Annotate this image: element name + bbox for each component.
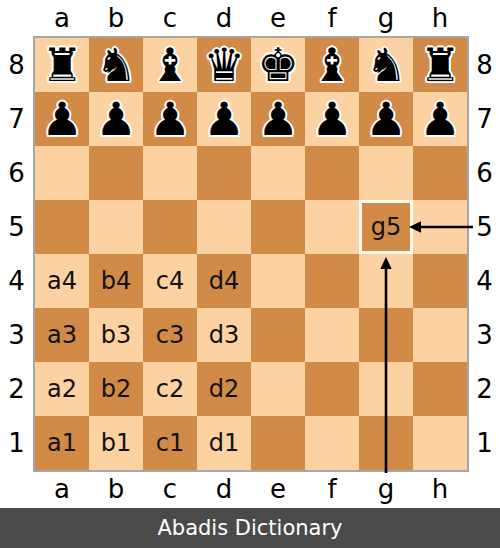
rank-label-left-3: 3 bbox=[0, 308, 33, 362]
square-d1: d1 bbox=[197, 416, 251, 470]
square-h4 bbox=[413, 254, 467, 308]
square-label-d2: d2 bbox=[209, 375, 240, 403]
square-f3 bbox=[305, 308, 359, 362]
square-h1 bbox=[413, 416, 467, 470]
file-label-bottom-a: a bbox=[35, 470, 89, 508]
rank-label-right-7: 7 bbox=[469, 92, 500, 146]
square-label-d1: d1 bbox=[209, 429, 240, 457]
square-g3 bbox=[359, 308, 413, 362]
black-king-icon: ♚ bbox=[257, 38, 298, 92]
square-h3 bbox=[413, 308, 467, 362]
chess-board: ♜♞♝♛♚♝♞♜♟♟♟♟♟♟♟♟g5a4b4c4d4a3b3c3d3a2b2c2… bbox=[33, 36, 469, 472]
square-label-c4: c4 bbox=[156, 267, 184, 295]
square-b1: b1 bbox=[89, 416, 143, 470]
square-f2 bbox=[305, 362, 359, 416]
square-d3: d3 bbox=[197, 308, 251, 362]
rank-label-right-2: 2 bbox=[469, 362, 500, 416]
square-c2: c2 bbox=[143, 362, 197, 416]
square-label-a2: a2 bbox=[47, 375, 77, 403]
square-e5 bbox=[251, 200, 305, 254]
square-label-d3: d3 bbox=[209, 321, 240, 349]
square-label-c2: c2 bbox=[156, 375, 184, 403]
square-e8: ♚ bbox=[251, 38, 305, 92]
rank-labels-left: 87654321 bbox=[0, 38, 33, 470]
square-b6 bbox=[89, 146, 143, 200]
square-label-c1: c1 bbox=[156, 429, 184, 457]
square-e2 bbox=[251, 362, 305, 416]
file-labels-bottom: abcdefgh bbox=[35, 470, 467, 508]
black-pawn-icon: ♟ bbox=[419, 92, 460, 146]
square-c3: c3 bbox=[143, 308, 197, 362]
black-pawn-icon: ♟ bbox=[203, 92, 244, 146]
square-d7: ♟ bbox=[197, 92, 251, 146]
square-g4 bbox=[359, 254, 413, 308]
square-g6 bbox=[359, 146, 413, 200]
square-h6 bbox=[413, 146, 467, 200]
file-label-top-h: h bbox=[413, 0, 467, 36]
square-b2: b2 bbox=[89, 362, 143, 416]
square-b3: b3 bbox=[89, 308, 143, 362]
rank-label-right-1: 1 bbox=[469, 416, 500, 470]
square-e1 bbox=[251, 416, 305, 470]
file-label-top-a: a bbox=[35, 0, 89, 36]
black-knight-icon: ♞ bbox=[95, 38, 136, 92]
rank-label-left-7: 7 bbox=[0, 92, 33, 146]
square-g1 bbox=[359, 416, 413, 470]
square-e4 bbox=[251, 254, 305, 308]
square-label-b3: b3 bbox=[101, 321, 132, 349]
square-g5: g5 bbox=[359, 200, 413, 254]
square-e3 bbox=[251, 308, 305, 362]
file-label-top-f: f bbox=[305, 0, 359, 36]
square-e6 bbox=[251, 146, 305, 200]
file-label-bottom-f: f bbox=[305, 470, 359, 508]
square-a1: a1 bbox=[35, 416, 89, 470]
rank-label-right-8: 8 bbox=[469, 38, 500, 92]
file-label-bottom-e: e bbox=[251, 470, 305, 508]
file-label-bottom-g: g bbox=[359, 470, 413, 508]
square-a6 bbox=[35, 146, 89, 200]
square-g7: ♟ bbox=[359, 92, 413, 146]
rank-label-left-4: 4 bbox=[0, 254, 33, 308]
square-d5 bbox=[197, 200, 251, 254]
square-label-d4: d4 bbox=[209, 267, 240, 295]
file-label-bottom-b: b bbox=[89, 470, 143, 508]
square-label-b1: b1 bbox=[101, 429, 132, 457]
black-pawn-icon: ♟ bbox=[149, 92, 190, 146]
square-d4: d4 bbox=[197, 254, 251, 308]
rank-labels-right: 87654321 bbox=[469, 38, 500, 470]
square-c6 bbox=[143, 146, 197, 200]
file-label-bottom-h: h bbox=[413, 470, 467, 508]
square-a8: ♜ bbox=[35, 38, 89, 92]
file-label-top-d: d bbox=[197, 0, 251, 36]
square-d8: ♛ bbox=[197, 38, 251, 92]
square-f5 bbox=[305, 200, 359, 254]
square-c4: c4 bbox=[143, 254, 197, 308]
rank-label-left-2: 2 bbox=[0, 362, 33, 416]
file-label-top-c: c bbox=[143, 0, 197, 36]
rank-label-left-8: 8 bbox=[0, 38, 33, 92]
square-f8: ♝ bbox=[305, 38, 359, 92]
file-labels-top: abcdefgh bbox=[35, 0, 467, 36]
square-label-a4: a4 bbox=[47, 267, 77, 295]
square-h8: ♜ bbox=[413, 38, 467, 92]
file-label-bottom-c: c bbox=[143, 470, 197, 508]
square-d6 bbox=[197, 146, 251, 200]
rank-label-right-3: 3 bbox=[469, 308, 500, 362]
square-c7: ♟ bbox=[143, 92, 197, 146]
highlighted-square-label: g5 bbox=[371, 213, 402, 241]
square-c5 bbox=[143, 200, 197, 254]
rank-label-left-5: 5 bbox=[0, 200, 33, 254]
square-a4: a4 bbox=[35, 254, 89, 308]
square-a5 bbox=[35, 200, 89, 254]
black-pawn-icon: ♟ bbox=[365, 92, 406, 146]
file-label-bottom-d: d bbox=[197, 470, 251, 508]
black-queen-icon: ♛ bbox=[203, 38, 244, 92]
square-e7: ♟ bbox=[251, 92, 305, 146]
file-label-top-e: e bbox=[251, 0, 305, 36]
square-f1 bbox=[305, 416, 359, 470]
black-bishop-icon: ♝ bbox=[311, 38, 352, 92]
square-d2: d2 bbox=[197, 362, 251, 416]
black-knight-icon: ♞ bbox=[365, 38, 406, 92]
footer-bar: Abadis Dictionary bbox=[0, 508, 500, 548]
chess-notation-diagram: abcdefgh 87654321 ♜♞♝♛♚♝♞♜♟♟♟♟♟♟♟♟g5a4b4… bbox=[0, 0, 500, 548]
square-f7: ♟ bbox=[305, 92, 359, 146]
square-c8: ♝ bbox=[143, 38, 197, 92]
square-a7: ♟ bbox=[35, 92, 89, 146]
black-rook-icon: ♜ bbox=[41, 38, 82, 92]
black-pawn-icon: ♟ bbox=[311, 92, 352, 146]
square-f4 bbox=[305, 254, 359, 308]
square-label-a3: a3 bbox=[47, 321, 77, 349]
rank-label-left-6: 6 bbox=[0, 146, 33, 200]
square-label-a1: a1 bbox=[47, 429, 77, 457]
file-label-top-b: b bbox=[89, 0, 143, 36]
rank-label-left-1: 1 bbox=[0, 416, 33, 470]
black-bishop-icon: ♝ bbox=[149, 38, 190, 92]
square-h2 bbox=[413, 362, 467, 416]
black-rook-icon: ♜ bbox=[419, 38, 460, 92]
square-b5 bbox=[89, 200, 143, 254]
square-h5 bbox=[413, 200, 467, 254]
file-label-top-g: g bbox=[359, 0, 413, 36]
square-label-b2: b2 bbox=[101, 375, 132, 403]
square-a2: a2 bbox=[35, 362, 89, 416]
square-c1: c1 bbox=[143, 416, 197, 470]
footer-title: Abadis Dictionary bbox=[157, 516, 342, 540]
rank-label-right-5: 5 bbox=[469, 200, 500, 254]
rank-label-right-6: 6 bbox=[469, 146, 500, 200]
square-a3: a3 bbox=[35, 308, 89, 362]
square-f6 bbox=[305, 146, 359, 200]
square-g8: ♞ bbox=[359, 38, 413, 92]
square-b4: b4 bbox=[89, 254, 143, 308]
black-pawn-icon: ♟ bbox=[95, 92, 136, 146]
square-label-b4: b4 bbox=[101, 267, 132, 295]
rank-label-right-4: 4 bbox=[469, 254, 500, 308]
black-pawn-icon: ♟ bbox=[257, 92, 298, 146]
square-g2 bbox=[359, 362, 413, 416]
square-label-c3: c3 bbox=[156, 321, 184, 349]
square-b8: ♞ bbox=[89, 38, 143, 92]
black-pawn-icon: ♟ bbox=[41, 92, 82, 146]
square-b7: ♟ bbox=[89, 92, 143, 146]
square-h7: ♟ bbox=[413, 92, 467, 146]
